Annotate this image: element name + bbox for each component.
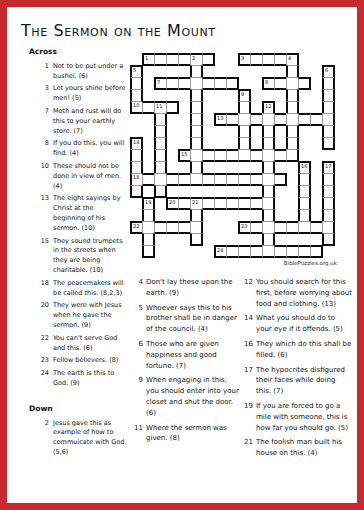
clue: 14What you should do to your eye if it o… [240,313,352,335]
down-clue-list-3: 12You should search for this first, befo… [240,277,352,459]
cell-number: 4 [288,55,291,61]
grid-cell[interactable] [202,53,215,66]
clue-text: You should search for this first, before… [256,277,352,309]
clue: 3Let yours shine before men! (5) [29,84,127,104]
clue-text: Jesus gave this as example of how to com… [53,419,127,458]
clue-text: They were with Jesus when he gave the se… [53,301,127,330]
cell-number: 14 [133,139,139,145]
clue-text: What you should do to your eye if it off… [256,313,352,335]
cell-number: 19 [145,199,151,205]
cell-number: 15 [181,151,187,157]
cell-number: 2 [192,55,195,61]
clue-number: 4 [133,277,146,299]
clue-text: Where the sermon was given. (8) [146,423,239,445]
grid-cell[interactable] [298,77,311,90]
clue-number: 2 [29,419,53,458]
clue: 24The earth is this to God. (9) [29,369,127,389]
clue-number: 22 [29,334,53,354]
clue: 8If you do this, you will find. (4) [29,139,127,159]
clue-text: The eight sayings by Christ at the begin… [53,194,127,233]
cell-number: 13 [217,115,223,121]
clue-number: 1 [29,62,53,82]
clue-text: The earth is this to God. (9) [53,369,127,389]
clue-text: The foolish man built his house on this.… [256,437,352,459]
clue-number: 23 [29,356,53,366]
clue: 23Fellow believers. (8) [29,356,127,366]
clue-number: 12 [240,277,256,309]
cell-number: 17 [325,163,331,169]
cell-number: 9 [241,91,244,97]
clue: 11Where the sermon was given. (8) [133,423,239,445]
clue: 7Moth and rust will do this to your eart… [29,107,127,136]
clue-number: 9 [133,375,146,418]
across-heading: Across [29,47,127,57]
clue-text: These should not be done in view of men.… [53,162,127,191]
clue: 15They sound trumpets in the streets whe… [29,237,127,276]
clue-number: 16 [240,339,256,361]
clue-text: The peacemakers will be called this. (8,… [53,279,127,299]
clue-text: Don't lay these upon the earth. (9) [146,277,239,299]
clues-left-column: Across 1Not to be put under a bushel. (6… [29,47,127,461]
cell-number: 20 [169,199,175,205]
grid-cell[interactable] [322,233,335,246]
grid-cell[interactable] [166,101,179,114]
crossword-grid: 123456789101112131415161718192021222324 [130,53,336,259]
clue: 5Whoever says this to his brother shall … [133,303,239,335]
clue: 10These should not be done in view of me… [29,162,127,191]
clue-text: Let yours shine before men! (5) [53,84,127,104]
down-clue-list-1: 2Jesus gave this as example of how to co… [29,419,127,458]
clue: 17The hypocrites disfigured their faces … [240,365,352,397]
clue-number: 5 [133,303,146,335]
clue-number: 15 [29,237,53,276]
grid-cell[interactable] [190,233,203,246]
clues-right-column: 12You should search for this first, befo… [240,277,352,463]
clue-text: Fellow believers. (8) [53,356,127,366]
clue-number: 18 [29,279,53,299]
cell-number: 24 [217,247,223,253]
clue: 1Not to be put under a bushel. (6) [29,62,127,82]
clue-number: 3 [29,84,53,104]
clue: 12You should search for this first, befo… [240,277,352,309]
cell-number: 8 [265,79,268,85]
grid-cell[interactable] [142,245,155,258]
cell-number: 10 [133,102,139,108]
clue: 4Don't lay these upon the earth. (9) [133,277,239,299]
clue-text: They sound trumpets in the streets when … [53,237,127,276]
cell-number: 12 [265,103,271,109]
clue-text: If you are forced to go a mile with some… [256,401,352,433]
cell-number: 5 [133,67,136,73]
cell-number: 22 [133,223,139,229]
clue-number: 14 [240,313,256,335]
clue: 21The foolish man built his house on thi… [240,437,352,459]
credit-text: BiblePuzzles.org.uk [284,260,337,266]
down-heading: Down [29,404,127,414]
cell-number: 18 [133,174,139,180]
clue-number: 10 [29,162,53,191]
clue-number: 8 [29,139,53,159]
clue-number: 11 [133,423,146,445]
puzzle-title: The Sermon on the Mount [21,21,216,40]
clue: 22You can't serve God and this. (6) [29,334,127,354]
clue-number: 19 [240,401,256,433]
clue: 13The eight sayings by Christ at the beg… [29,194,127,233]
cell-number: 6 [325,67,328,73]
clue-number: 13 [29,194,53,233]
clue-text: Moth and rust will do this to your earth… [53,107,127,136]
clue: 19If you are forced to go a mile with so… [240,401,352,433]
clue: 6Those who are given happiness and good … [133,339,239,371]
cell-number: 16 [301,163,307,169]
clue-text: Those who are given happiness and good f… [146,339,239,371]
clue: 16They which do this shall be filled. (6… [240,339,352,361]
grid-cell[interactable] [274,173,287,186]
grid-cell[interactable] [310,245,323,258]
clue-text: They which do this shall be filled. (6) [256,339,352,361]
clue-number: 20 [29,301,53,330]
clue-text: Not to be put under a bushel. (6) [53,62,127,82]
clue-number: 17 [240,365,256,397]
clue-number: 21 [240,437,256,459]
cell-number: 1 [145,55,148,61]
clue: 20They were with Jesus when he gave the … [29,301,127,330]
cell-number: 23 [241,223,247,229]
grid-cell[interactable] [322,137,335,150]
cell-number: 3 [241,55,244,61]
cell-number: 7 [157,79,160,85]
clue-number: 24 [29,369,53,389]
clue-text: Whoever says this to his brother shall b… [146,303,239,335]
across-clue-list: 1Not to be put under a bushel. (6)3Let y… [29,62,127,389]
page: The Sermon on the Mount 1234567891011121… [0,0,364,510]
cell-number: 21 [192,199,198,205]
cell-number: 11 [156,103,162,109]
clue-text: If you do this, you will find. (4) [53,139,127,159]
clue: 9When engaging in this, you should enter… [133,375,239,418]
down-clue-list-2: 4Don't lay these upon the earth. (9)5Who… [133,277,239,444]
clue-number: 7 [29,107,53,136]
clue-text: When engaging in this, you should enter … [146,375,239,418]
clue-text: You can't serve God and this. (6) [53,334,127,354]
clue-text: The hypocrites disfigured their faces wh… [256,365,352,397]
clue-number: 6 [133,339,146,371]
clue: 2Jesus gave this as example of how to co… [29,419,127,458]
clue: 18The peacemakers will be called this. (… [29,279,127,299]
clues-middle-column: 4Don't lay these upon the earth. (9)5Who… [133,277,239,448]
